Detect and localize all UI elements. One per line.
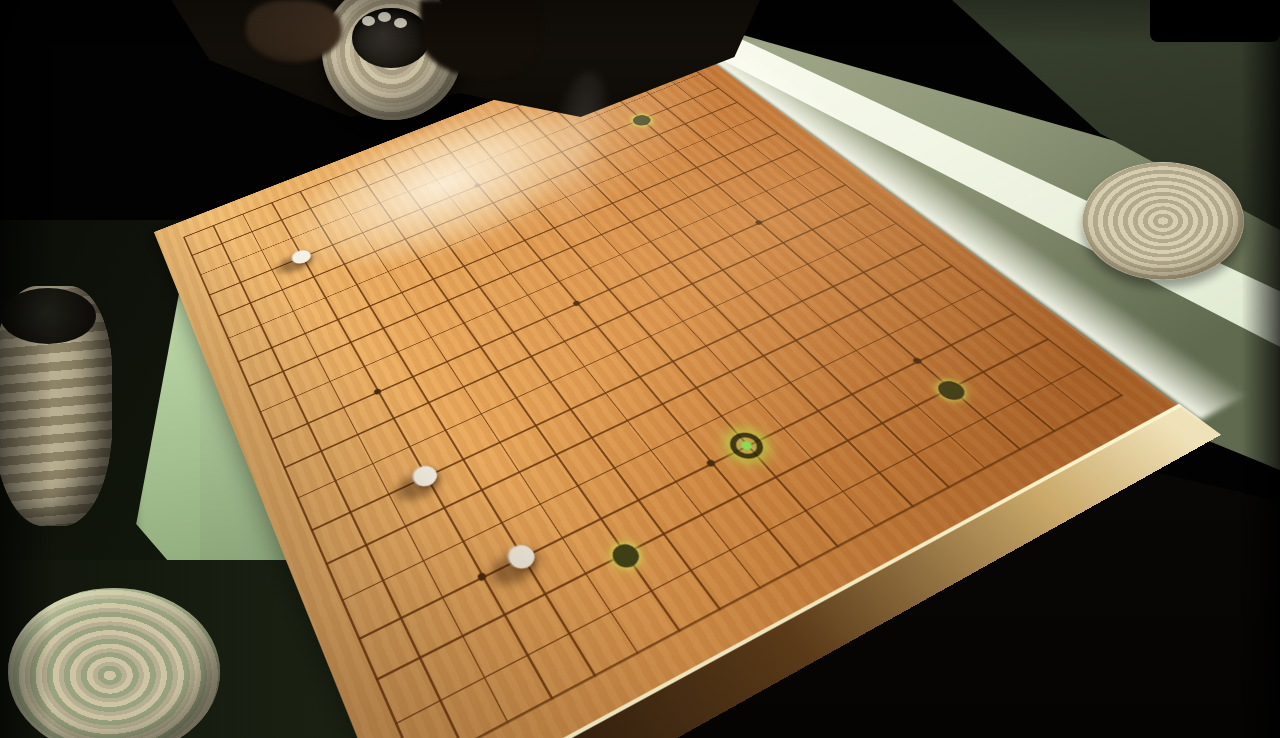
captured-stone bbox=[378, 12, 391, 22]
player-hand bbox=[246, 0, 342, 62]
captured-stone bbox=[362, 16, 375, 26]
woven-coaster bbox=[1082, 162, 1244, 280]
stone-bowl-opening bbox=[352, 8, 430, 68]
background-object bbox=[1150, 0, 1280, 42]
captured-stone bbox=[394, 18, 407, 28]
go-scene: ●●●●●● bbox=[0, 0, 1280, 738]
woven-jar-opening bbox=[0, 288, 96, 344]
